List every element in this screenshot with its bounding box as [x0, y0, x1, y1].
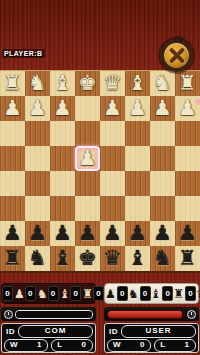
square-a3[interactable]	[175, 121, 200, 146]
white-bishop-f1: ♝	[50, 71, 75, 96]
square-g5[interactable]	[25, 171, 50, 196]
black-knight-icon: ♞	[128, 287, 139, 301]
black-bishop-icon: ♝	[151, 287, 162, 301]
black-queen-icon: ♛	[196, 287, 200, 301]
captured-black-rook-counter: ♜0	[173, 286, 196, 301]
losses-value: 1	[185, 340, 189, 350]
square-c7[interactable]: ♟	[125, 221, 150, 246]
square-d4[interactable]	[100, 146, 125, 171]
menu-medallion-button[interactable]	[160, 39, 193, 72]
id-label: ID	[4, 327, 15, 336]
captured-tray-white: 0♟0♞0♝0♜0♛	[1, 283, 96, 304]
captured-count: 0	[93, 286, 104, 301]
white-pawn-e4: ♟	[75, 146, 100, 171]
square-g2[interactable]: ♟	[25, 96, 50, 121]
square-e4[interactable]: ♟	[75, 146, 100, 171]
black-pawn-h7: ♟	[0, 221, 25, 246]
captured-white-bishop-counter: 0♝	[48, 286, 71, 301]
white-pawn-h2: ♟	[0, 96, 25, 121]
square-f4[interactable]	[50, 146, 75, 171]
black-knight-b8: ♞	[150, 246, 175, 271]
square-h8[interactable]: ♜	[0, 246, 25, 271]
black-rook-a8: ♜	[175, 246, 200, 271]
square-e2[interactable]	[75, 96, 100, 121]
square-f1[interactable]: ♝	[50, 71, 75, 96]
white-bishop-icon: ♝	[60, 287, 71, 301]
wins-value: 1	[37, 340, 41, 350]
square-a4[interactable]	[175, 146, 200, 171]
black-pawn-a7: ♟	[175, 221, 200, 246]
losses-label: L	[57, 340, 62, 350]
square-h3[interactable]	[0, 121, 25, 146]
square-g8[interactable]: ♞	[25, 246, 50, 271]
time-bar-com	[15, 310, 93, 319]
square-a7[interactable]: ♟	[175, 221, 200, 246]
time-bar-user	[107, 310, 185, 319]
black-bishop-c8: ♝	[125, 246, 150, 271]
square-e3[interactable]	[75, 121, 100, 146]
square-e1[interactable]: ♚	[75, 71, 100, 96]
captured-black-bishop-counter: ♝0	[151, 286, 174, 301]
chess-game-screen: PLAYER:B ♜♞♝♚♛♝♞♜♟♟♟♟♟♟♟♟♟♟♟♟♟♟♟♟♜♞♝♚♛♝♞…	[0, 0, 200, 355]
square-b3[interactable]	[150, 121, 175, 146]
square-d8[interactable]: ♛	[100, 246, 125, 271]
timer-com	[1, 307, 96, 321]
white-knight-icon: ♞	[37, 287, 48, 301]
white-pawn-b2: ♟	[150, 96, 175, 121]
square-d3[interactable]	[100, 121, 125, 146]
white-bishop-c1: ♝	[125, 71, 150, 96]
clock-icon	[187, 310, 196, 319]
captured-black-knight-counter: ♞0	[128, 286, 151, 301]
clock-icon	[4, 310, 13, 319]
losses-box-user: L1	[154, 339, 196, 352]
losses-value: 0	[82, 340, 86, 350]
captured-count: 0	[117, 286, 128, 301]
square-e6[interactable]	[75, 196, 100, 221]
square-g6[interactable]	[25, 196, 50, 221]
white-king-e1: ♚	[75, 71, 100, 96]
black-pawn-f7: ♟	[50, 221, 75, 246]
square-g7[interactable]: ♟	[25, 221, 50, 246]
captured-count: 0	[70, 286, 81, 301]
square-a5[interactable]	[175, 171, 200, 196]
white-pawn-f2: ♟	[50, 96, 75, 121]
square-h2[interactable]: ♟	[0, 96, 25, 121]
square-b8[interactable]: ♞	[150, 246, 175, 271]
square-b7[interactable]: ♟	[150, 221, 175, 246]
white-pawn-icon: ♟	[14, 287, 25, 301]
square-e5[interactable]	[75, 171, 100, 196]
square-c5[interactable]	[125, 171, 150, 196]
square-h5[interactable]	[0, 171, 25, 196]
captured-count: 0	[48, 286, 59, 301]
square-f2[interactable]: ♟	[50, 96, 75, 121]
timer-user	[104, 307, 199, 321]
square-d5[interactable]	[100, 171, 125, 196]
square-c3[interactable]	[125, 121, 150, 146]
player-turn-label: PLAYER:B	[2, 49, 45, 58]
square-h6[interactable]	[0, 196, 25, 221]
white-knight-b1: ♞	[150, 71, 175, 96]
losses-label: L	[160, 340, 165, 350]
square-d1[interactable]: ♛	[100, 71, 125, 96]
square-a1[interactable]: ♜	[175, 71, 200, 96]
square-h1[interactable]: ♜	[0, 71, 25, 96]
captured-count: 0	[185, 286, 196, 301]
white-knight-g1: ♞	[25, 71, 50, 96]
black-pawn-g7: ♟	[25, 221, 50, 246]
black-rook-h8: ♜	[0, 246, 25, 271]
white-rook-icon: ♜	[82, 287, 93, 301]
captured-count: 0	[162, 286, 173, 301]
square-f6[interactable]	[50, 196, 75, 221]
square-b5[interactable]	[150, 171, 175, 196]
chess-board: ♜♞♝♚♛♝♞♜♟♟♟♟♟♟♟♟♟♟♟♟♟♟♟♟♜♞♝♚♛♝♞♜	[0, 70, 200, 273]
black-pawn-icon: ♟	[105, 287, 116, 301]
square-d6[interactable]	[100, 196, 125, 221]
black-king-e8: ♚	[75, 246, 100, 271]
white-queen-d1: ♛	[100, 71, 125, 96]
square-e8[interactable]: ♚	[75, 246, 100, 271]
captured-count: 0	[140, 286, 151, 301]
square-c1[interactable]: ♝	[125, 71, 150, 96]
square-e7[interactable]: ♟	[75, 221, 100, 246]
square-a8[interactable]: ♜	[175, 246, 200, 271]
square-g3[interactable]	[25, 121, 50, 146]
player-name-user: USER	[121, 325, 196, 338]
square-c6[interactable]	[125, 196, 150, 221]
captured-white-rook-counter: 0♜	[70, 286, 93, 301]
white-pawn-g2: ♟	[25, 96, 50, 121]
captured-count: 0	[2, 286, 13, 301]
white-rook-h1: ♜	[0, 71, 25, 96]
square-f7[interactable]: ♟	[50, 221, 75, 246]
white-pawn-c2: ♟	[125, 96, 150, 121]
black-knight-g8: ♞	[25, 246, 50, 271]
captured-black-pawn-counter: ♟0	[105, 286, 128, 301]
captured-black-queen-counter: ♛0	[196, 286, 200, 301]
square-f3[interactable]	[50, 121, 75, 146]
captured-white-knight-counter: 0♞	[25, 286, 48, 301]
wins-value: 0	[140, 340, 144, 350]
square-b1[interactable]: ♞	[150, 71, 175, 96]
square-a6[interactable]	[175, 196, 200, 221]
player-panel-com: ID COM W1 L0	[1, 323, 96, 353]
wins-box-user: W0	[107, 339, 151, 352]
wins-box-com: W1	[4, 339, 48, 352]
wins-label: W	[113, 340, 121, 350]
captured-tray-black: ♟0♞0♝0♜0♛0	[104, 283, 199, 304]
player-name-com: COM	[18, 325, 93, 338]
white-rook-a1: ♜	[175, 71, 200, 96]
square-d7[interactable]: ♟	[100, 221, 125, 246]
square-g1[interactable]: ♞	[25, 71, 50, 96]
square-g4[interactable]	[25, 146, 50, 171]
square-c4[interactable]	[125, 146, 150, 171]
wins-label: W	[10, 340, 18, 350]
white-pawn-d2: ♟	[100, 96, 125, 121]
square-f5[interactable]	[50, 171, 75, 196]
square-b4[interactable]	[150, 146, 175, 171]
square-b6[interactable]	[150, 196, 175, 221]
black-pawn-e7: ♟	[75, 221, 100, 246]
black-pawn-b7: ♟	[150, 221, 175, 246]
captured-count: 0	[25, 286, 36, 301]
captured-white-pawn-counter: 0♟	[2, 286, 25, 301]
player-panel-user: ID USER W0 L1	[104, 323, 199, 353]
square-b2[interactable]: ♟	[150, 96, 175, 121]
black-rook-icon: ♜	[173, 287, 184, 301]
square-h4[interactable]	[0, 146, 25, 171]
black-pawn-d7: ♟	[100, 221, 125, 246]
square-c8[interactable]: ♝	[125, 246, 150, 271]
square-f8[interactable]: ♝	[50, 246, 75, 271]
black-pawn-c7: ♟	[125, 221, 150, 246]
losses-box-com: L0	[51, 339, 93, 352]
square-d2[interactable]: ♟	[100, 96, 125, 121]
black-bishop-f8: ♝	[50, 246, 75, 271]
black-queen-d8: ♛	[100, 246, 125, 271]
square-c2[interactable]: ♟	[125, 96, 150, 121]
square-h7[interactable]: ♟	[0, 221, 25, 246]
sparkle-icon: ✦	[194, 97, 200, 107]
medallion-notch	[174, 36, 183, 42]
id-label: ID	[107, 327, 118, 336]
